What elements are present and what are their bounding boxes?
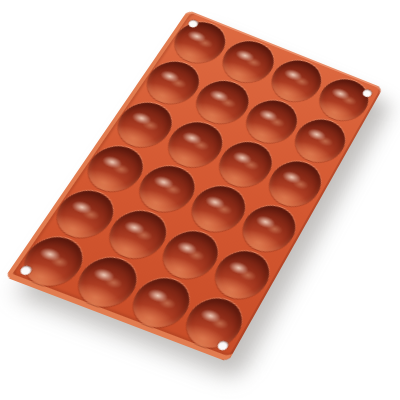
product-photo [0,0,400,400]
